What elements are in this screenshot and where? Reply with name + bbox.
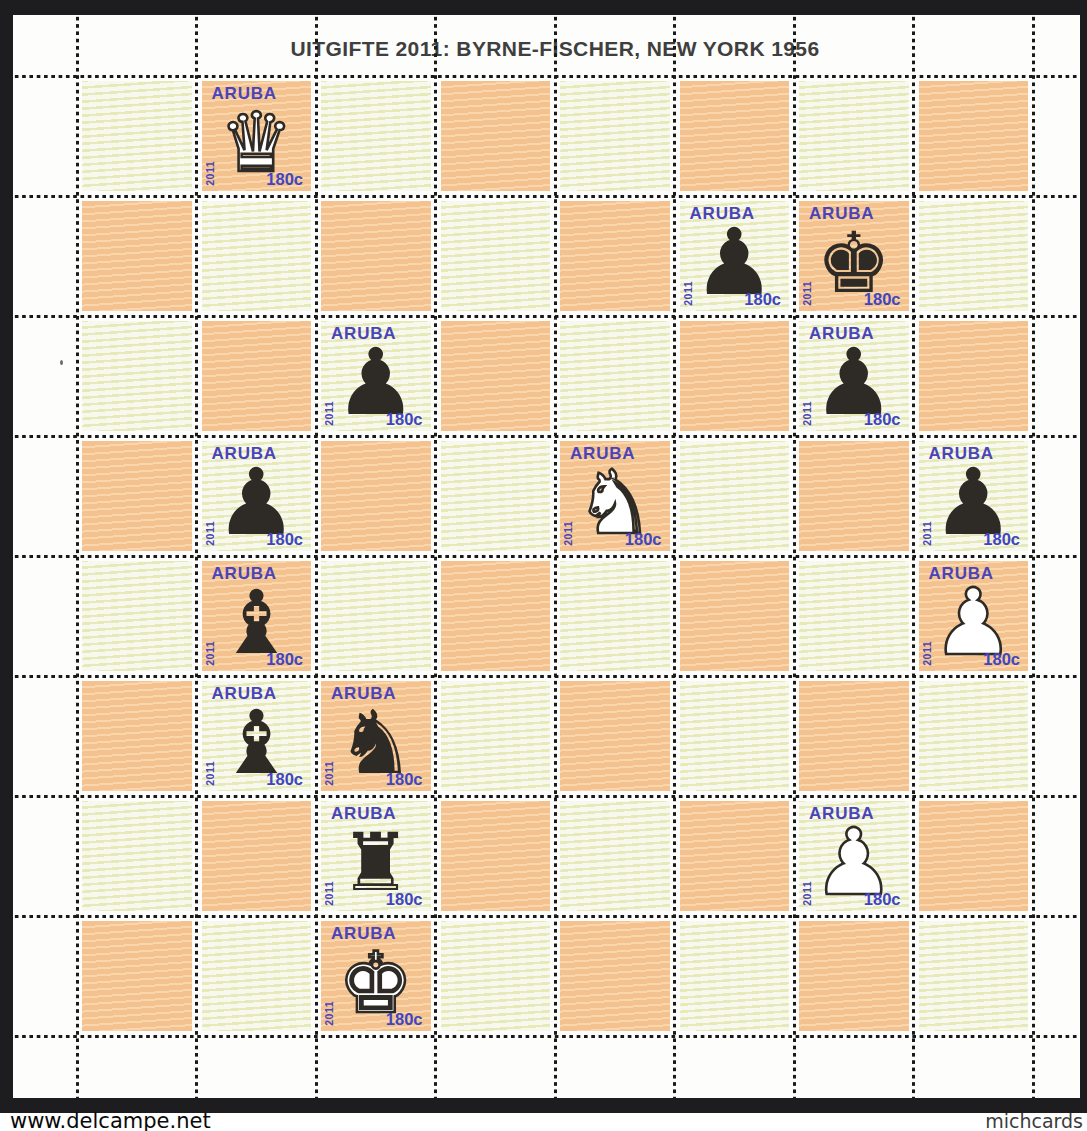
stamp-d8	[441, 81, 551, 191]
stamp-denomination-label: 180c	[864, 891, 901, 908]
square-g4	[794, 556, 914, 676]
stamp-b8: ARUBA♛2011180c	[202, 81, 312, 191]
square-d8	[436, 76, 556, 196]
square-g1	[794, 916, 914, 1036]
perforation-line-horizontal	[13, 434, 1080, 439]
stamp-b1	[202, 921, 312, 1031]
stamp-year-label: 2011	[324, 881, 335, 906]
perforation-line-horizontal	[13, 914, 1080, 919]
stamp-g5	[799, 441, 909, 551]
stamp-d1	[441, 921, 551, 1031]
stamp-f6	[680, 321, 790, 431]
square-e7	[555, 196, 675, 316]
square-a7	[77, 196, 197, 316]
stamp-a3	[82, 681, 192, 791]
stamp-e8	[560, 81, 670, 191]
square-c2: ARUBA♜2011180c	[316, 796, 436, 916]
stamp-c8	[321, 81, 431, 191]
perforation-line-horizontal	[13, 674, 1080, 679]
stamp-year-label: 2011	[563, 521, 574, 546]
stamp-a4	[82, 561, 192, 671]
stamp-c1: ARUBA♚2011180c	[321, 921, 431, 1031]
stamp-a5	[82, 441, 192, 551]
square-a6	[77, 316, 197, 436]
square-f7: ARUBA♟2011180c	[675, 196, 795, 316]
stamp-year-label: 2011	[205, 761, 216, 786]
square-c5	[316, 436, 436, 556]
square-f1	[675, 916, 795, 1036]
stamp-year-label: 2011	[802, 881, 813, 906]
square-c1: ARUBA♚2011180c	[316, 916, 436, 1036]
watermark-michcards: michcards	[985, 1112, 1083, 1131]
stamp-g2: ARUBA♟2011180c	[799, 801, 909, 911]
square-d2	[436, 796, 556, 916]
stamp-f5	[680, 441, 790, 551]
stamp-denomination-label: 180c	[864, 291, 901, 308]
square-a2	[77, 796, 197, 916]
stamp-a6	[82, 321, 192, 431]
stamp-denomination-label: 180c	[983, 651, 1020, 668]
square-g7: ARUBA♚2011180c	[794, 196, 914, 316]
square-a3	[77, 676, 197, 796]
square-g8	[794, 76, 914, 196]
square-b5: ARUBA♟2011180c	[197, 436, 317, 556]
stamp-b7	[202, 201, 312, 311]
stamp-d6	[441, 321, 551, 431]
stamp-b3: ARUBA♝2011180c	[202, 681, 312, 791]
stamp-f4	[680, 561, 790, 671]
stamp-denomination-label: 180c	[386, 411, 423, 428]
stamp-c3: ARUBA♞2011180c	[321, 681, 431, 791]
stamp-year-label: 2011	[205, 641, 216, 666]
stamp-b5: ARUBA♟2011180c	[202, 441, 312, 551]
stamp-a2	[82, 801, 192, 911]
square-e6	[555, 316, 675, 436]
stamp-f1	[680, 921, 790, 1031]
stamp-b4: ARUBA♝2011180c	[202, 561, 312, 671]
square-c4	[316, 556, 436, 676]
stamp-year-label: 2011	[922, 521, 933, 546]
square-b6	[197, 316, 317, 436]
square-h6	[914, 316, 1034, 436]
stamp-d4	[441, 561, 551, 671]
stamp-e2	[560, 801, 670, 911]
stamp-year-label: 2011	[683, 281, 694, 306]
square-b4: ARUBA♝2011180c	[197, 556, 317, 676]
stamp-denomination-label: 180c	[266, 531, 303, 548]
stamp-g7: ARUBA♚2011180c	[799, 201, 909, 311]
stamp-c7	[321, 201, 431, 311]
stamp-g1	[799, 921, 909, 1031]
perforation-line-vertical	[1031, 15, 1036, 1098]
stamp-e5: ARUBA♞2011180c	[560, 441, 670, 551]
perforation-line-horizontal	[13, 314, 1080, 319]
stamp-year-label: 2011	[802, 401, 813, 426]
square-b8: ARUBA♛2011180c	[197, 76, 317, 196]
stamp-f3	[680, 681, 790, 791]
stamp-denomination-label: 180c	[625, 531, 662, 548]
perforation-line-horizontal	[13, 74, 1080, 79]
square-g6: ARUBA♟2011180c	[794, 316, 914, 436]
stamp-a1	[82, 921, 192, 1031]
stamp-h7	[919, 201, 1029, 311]
stamp-d7	[441, 201, 551, 311]
square-b7	[197, 196, 317, 316]
stamp-f7: ARUBA♟2011180c	[680, 201, 790, 311]
stamp-g4	[799, 561, 909, 671]
square-f5	[675, 436, 795, 556]
stamp-denomination-label: 180c	[386, 771, 423, 788]
perforation-line-vertical	[792, 15, 797, 1098]
stamp-denomination-label: 180c	[744, 291, 781, 308]
square-d4	[436, 556, 556, 676]
perforation-line-vertical	[911, 15, 916, 1098]
square-d3	[436, 676, 556, 796]
square-a5	[77, 436, 197, 556]
square-f4	[675, 556, 795, 676]
square-e8	[555, 76, 675, 196]
stamp-f2	[680, 801, 790, 911]
stamp-denomination-label: 180c	[266, 171, 303, 188]
stamp-year-label: 2011	[324, 761, 335, 786]
stamp-h6	[919, 321, 1029, 431]
stamp-b6	[202, 321, 312, 431]
stamp-e3	[560, 681, 670, 791]
square-b3: ARUBA♝2011180c	[197, 676, 317, 796]
square-h1	[914, 916, 1034, 1036]
square-a1	[77, 916, 197, 1036]
watermark-strip: www.delcampe.net michcards	[0, 1113, 1087, 1131]
stamp-denomination-label: 180c	[983, 531, 1020, 548]
square-g3	[794, 676, 914, 796]
stamp-h1	[919, 921, 1029, 1031]
stamp-year-label: 2011	[205, 161, 216, 186]
square-d1	[436, 916, 556, 1036]
square-d6	[436, 316, 556, 436]
stamp-denomination-label: 180c	[266, 771, 303, 788]
stamp-d2	[441, 801, 551, 911]
square-e5: ARUBA♞2011180c	[555, 436, 675, 556]
stamp-c6: ARUBA♟2011180c	[321, 321, 431, 431]
stamp-c4	[321, 561, 431, 671]
stamp-d3	[441, 681, 551, 791]
square-e4	[555, 556, 675, 676]
square-f3	[675, 676, 795, 796]
stamp-year-label: 2011	[802, 281, 813, 306]
stamp-h3	[919, 681, 1029, 791]
square-e1	[555, 916, 675, 1036]
square-h3	[914, 676, 1034, 796]
square-f2	[675, 796, 795, 916]
stamp-g6: ARUBA♟2011180c	[799, 321, 909, 431]
square-h4: ARUBA♟2011180c	[914, 556, 1034, 676]
square-h5: ARUBA♟2011180c	[914, 436, 1034, 556]
stamp-a8	[82, 81, 192, 191]
stamp-year-label: 2011	[922, 641, 933, 666]
stamp-d5	[441, 441, 551, 551]
stamp-year-label: 2011	[205, 521, 216, 546]
stamp-c5	[321, 441, 431, 551]
square-d7	[436, 196, 556, 316]
square-c8	[316, 76, 436, 196]
square-c3: ARUBA♞2011180c	[316, 676, 436, 796]
square-d5	[436, 436, 556, 556]
square-e2	[555, 796, 675, 916]
stamp-e4	[560, 561, 670, 671]
stamp-sheet-photo: UITGIFTE 2011: BYRNE-FISCHER, NEW YORK 1…	[0, 0, 1087, 1131]
stamp-denomination-label: 180c	[386, 891, 423, 908]
square-h7	[914, 196, 1034, 316]
perforation-line-horizontal	[13, 554, 1080, 559]
square-g2: ARUBA♟2011180c	[794, 796, 914, 916]
square-a8	[77, 76, 197, 196]
square-b1	[197, 916, 317, 1036]
stamp-h4: ARUBA♟2011180c	[919, 561, 1029, 671]
perforation-line-horizontal	[13, 194, 1080, 199]
paper-speck	[60, 360, 63, 365]
stamp-e6	[560, 321, 670, 431]
square-e3	[555, 676, 675, 796]
square-a4	[77, 556, 197, 676]
watermark-delcampe: www.delcampe.net	[10, 1112, 211, 1131]
stamp-b2	[202, 801, 312, 911]
square-c6: ARUBA♟2011180c	[316, 316, 436, 436]
stamp-e1	[560, 921, 670, 1031]
stamp-denomination-label: 180c	[266, 651, 303, 668]
square-f8	[675, 76, 795, 196]
stamp-year-label: 2011	[324, 401, 335, 426]
square-g5	[794, 436, 914, 556]
stamp-a7	[82, 201, 192, 311]
square-c7	[316, 196, 436, 316]
square-f6	[675, 316, 795, 436]
stamp-e7	[560, 201, 670, 311]
stamp-f8	[680, 81, 790, 191]
perforation-line-horizontal	[13, 1034, 1080, 1039]
stamp-denomination-label: 180c	[864, 411, 901, 428]
stamp-year-label: 2011	[324, 1001, 335, 1026]
stamp-denomination-label: 180c	[386, 1011, 423, 1028]
stamp-h2	[919, 801, 1029, 911]
stamp-c2: ARUBA♜2011180c	[321, 801, 431, 911]
stamp-g8	[799, 81, 909, 191]
stamp-g3	[799, 681, 909, 791]
stamp-h5: ARUBA♟2011180c	[919, 441, 1029, 551]
perforation-line-vertical	[672, 15, 677, 1098]
stamp-h8	[919, 81, 1029, 191]
stamp-sheet: UITGIFTE 2011: BYRNE-FISCHER, NEW YORK 1…	[13, 15, 1080, 1098]
square-b2	[197, 796, 317, 916]
square-h2	[914, 796, 1034, 916]
square-h8	[914, 76, 1034, 196]
perforation-line-horizontal	[13, 794, 1080, 799]
